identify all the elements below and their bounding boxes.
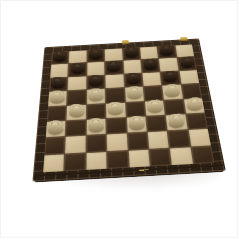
piece-shadow xyxy=(159,48,176,57)
square-f4[interactable] xyxy=(145,100,165,115)
piece-shadow xyxy=(106,64,122,74)
square-e2[interactable] xyxy=(127,133,148,150)
product-photo xyxy=(0,0,238,238)
square-g8[interactable] xyxy=(158,46,177,59)
dark-piece[interactable] xyxy=(126,72,140,84)
square-e4[interactable] xyxy=(126,101,146,116)
light-piece[interactable] xyxy=(49,90,65,104)
square-f7[interactable] xyxy=(141,59,160,72)
square-h3[interactable] xyxy=(186,113,208,129)
square-a2[interactable] xyxy=(45,137,66,154)
piece-shadow xyxy=(123,50,139,59)
dark-piece[interactable] xyxy=(164,70,178,82)
square-a7[interactable] xyxy=(50,64,68,77)
square-d3[interactable] xyxy=(107,118,127,134)
square-e8[interactable] xyxy=(122,48,140,61)
square-e3[interactable] xyxy=(126,117,146,133)
square-b7[interactable] xyxy=(69,63,87,76)
dark-piece[interactable] xyxy=(51,77,65,89)
piece-shadow xyxy=(88,78,105,88)
square-b3[interactable] xyxy=(66,120,85,136)
square-a3[interactable] xyxy=(46,121,66,137)
square-e5[interactable] xyxy=(125,87,144,102)
piece-shadow xyxy=(69,66,85,76)
square-f6[interactable] xyxy=(142,72,161,86)
board-grid xyxy=(43,45,214,173)
square-g4[interactable] xyxy=(164,99,185,114)
light-piece[interactable] xyxy=(107,101,123,115)
square-h2[interactable] xyxy=(188,129,210,146)
dark-piece[interactable] xyxy=(70,62,84,74)
light-piece[interactable] xyxy=(169,113,185,127)
dark-piece[interactable] xyxy=(180,56,194,68)
square-f8[interactable] xyxy=(140,47,158,60)
square-g1[interactable] xyxy=(170,147,192,165)
dark-piece[interactable] xyxy=(89,48,103,60)
square-h7[interactable] xyxy=(177,57,196,70)
square-e7[interactable] xyxy=(123,60,141,73)
light-piece[interactable] xyxy=(47,120,63,134)
brass-hinge-icon xyxy=(122,40,129,45)
piece-shadow xyxy=(126,90,143,101)
light-piece[interactable] xyxy=(186,97,202,111)
square-g3[interactable] xyxy=(166,114,187,130)
checkers-board xyxy=(32,39,225,182)
square-a6[interactable] xyxy=(49,77,67,91)
square-d6[interactable] xyxy=(105,74,123,88)
square-f1[interactable] xyxy=(149,148,171,166)
dark-piece[interactable] xyxy=(124,46,138,58)
light-piece[interactable] xyxy=(165,83,181,97)
square-d4[interactable] xyxy=(106,102,125,117)
square-b1[interactable] xyxy=(65,153,86,171)
square-c8[interactable] xyxy=(87,49,104,62)
board-scene xyxy=(34,11,215,192)
square-a1[interactable] xyxy=(43,154,64,172)
square-e1[interactable] xyxy=(128,149,149,167)
light-piece[interactable] xyxy=(126,85,142,99)
dark-piece[interactable] xyxy=(107,60,121,72)
piece-shadow xyxy=(88,52,104,61)
piece-shadow xyxy=(142,62,159,72)
piece-shadow xyxy=(52,54,68,63)
square-g2[interactable] xyxy=(168,130,190,147)
light-piece[interactable] xyxy=(128,116,144,130)
square-c5[interactable] xyxy=(87,89,105,104)
square-d7[interactable] xyxy=(105,61,123,74)
piece-shadow xyxy=(125,76,142,86)
square-g5[interactable] xyxy=(162,85,182,100)
square-g6[interactable] xyxy=(161,71,180,85)
square-c1[interactable] xyxy=(86,152,106,170)
piece-shadow xyxy=(88,92,105,103)
square-c2[interactable] xyxy=(86,135,106,152)
square-h6[interactable] xyxy=(179,70,199,84)
piece-shadow xyxy=(49,94,66,105)
square-h8[interactable] xyxy=(175,45,194,58)
square-a5[interactable] xyxy=(48,91,67,106)
square-a8[interactable] xyxy=(51,51,69,64)
square-d8[interactable] xyxy=(105,48,122,61)
piece-shadow xyxy=(178,60,196,70)
square-a4[interactable] xyxy=(47,106,66,122)
dark-piece[interactable] xyxy=(160,44,174,56)
dark-piece[interactable] xyxy=(53,50,67,62)
square-h1[interactable] xyxy=(191,146,214,164)
square-c4[interactable] xyxy=(87,103,106,118)
square-c6[interactable] xyxy=(87,75,105,89)
dark-piece[interactable] xyxy=(88,75,102,87)
square-b6[interactable] xyxy=(68,76,86,90)
light-piece[interactable] xyxy=(88,88,104,102)
light-piece[interactable] xyxy=(147,99,163,113)
light-piece[interactable] xyxy=(68,103,84,117)
piece-shadow xyxy=(164,88,182,99)
piece-shadow xyxy=(50,80,67,90)
dark-piece[interactable] xyxy=(144,58,158,70)
square-d1[interactable] xyxy=(107,151,128,169)
square-c7[interactable] xyxy=(87,62,104,75)
piece-shadow xyxy=(162,74,180,84)
brass-clasp-icon xyxy=(138,169,148,174)
square-c3[interactable] xyxy=(87,119,106,135)
square-g7[interactable] xyxy=(159,58,178,71)
square-b2[interactable] xyxy=(65,136,85,153)
square-f2[interactable] xyxy=(148,131,169,148)
square-h4[interactable] xyxy=(184,98,205,113)
light-piece[interactable] xyxy=(88,118,104,132)
square-e6[interactable] xyxy=(124,73,143,87)
square-b4[interactable] xyxy=(67,105,86,121)
square-f3[interactable] xyxy=(146,115,167,131)
square-b8[interactable] xyxy=(69,50,86,63)
brass-hinge-icon xyxy=(180,36,187,41)
square-d2[interactable] xyxy=(107,134,127,151)
